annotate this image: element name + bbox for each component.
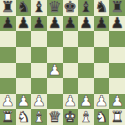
square-e1[interactable]: ♚ (63, 109, 79, 125)
square-c1[interactable]: ♝ (31, 109, 47, 125)
square-g5[interactable] (94, 47, 110, 63)
square-b1[interactable]: ♞ (16, 109, 32, 125)
white-knight[interactable]: ♞ (95, 109, 108, 124)
black-pawn[interactable]: ♟ (64, 15, 77, 30)
black-pawn[interactable]: ♟ (32, 15, 45, 30)
square-h4[interactable] (109, 63, 125, 79)
square-e7[interactable]: ♟ (63, 16, 79, 32)
square-f1[interactable]: ♝ (78, 109, 94, 125)
square-b4[interactable] (16, 63, 32, 79)
square-g7[interactable]: ♟ (94, 16, 110, 32)
square-b6[interactable] (16, 31, 32, 47)
square-c6[interactable] (31, 31, 47, 47)
black-pawn[interactable]: ♟ (95, 15, 108, 30)
white-king[interactable]: ♚ (64, 109, 77, 124)
square-g4[interactable] (94, 63, 110, 79)
square-d6[interactable] (47, 31, 63, 47)
square-f4[interactable] (78, 63, 94, 79)
square-b5[interactable] (16, 47, 32, 63)
square-c7[interactable]: ♟ (31, 16, 47, 32)
white-knight[interactable]: ♞ (17, 109, 30, 124)
white-bishop[interactable]: ♝ (79, 109, 92, 124)
square-f6[interactable] (78, 31, 94, 47)
square-c5[interactable] (31, 47, 47, 63)
square-a5[interactable] (0, 47, 16, 63)
square-a4[interactable] (0, 63, 16, 79)
square-a7[interactable]: ♟ (0, 16, 16, 32)
white-bishop[interactable]: ♝ (32, 109, 45, 124)
square-e4[interactable] (63, 63, 79, 79)
square-e5[interactable] (63, 47, 79, 63)
square-h6[interactable] (109, 31, 125, 47)
square-h1[interactable]: ♜ (109, 109, 125, 125)
square-h7[interactable]: ♟ (109, 16, 125, 32)
square-f7[interactable]: ♟ (78, 16, 94, 32)
black-pawn[interactable]: ♟ (79, 15, 92, 30)
square-d7[interactable]: ♟ (47, 16, 63, 32)
chess-board: ♜♞♝♛♚♝♞♜♟♟♟♟♟♟♟♟♟♟♟♟♟♟♟♟♜♞♝♛♚♝♞♜ (0, 0, 125, 125)
square-d1[interactable]: ♛ (47, 109, 63, 125)
square-c4[interactable] (31, 63, 47, 79)
square-a6[interactable] (0, 31, 16, 47)
square-g1[interactable]: ♞ (94, 109, 110, 125)
black-pawn[interactable]: ♟ (110, 15, 123, 30)
square-f5[interactable] (78, 47, 94, 63)
square-b7[interactable]: ♟ (16, 16, 32, 32)
square-e6[interactable] (63, 31, 79, 47)
black-pawn[interactable]: ♟ (17, 15, 30, 30)
square-d4[interactable]: ♟ (47, 63, 63, 79)
square-h5[interactable] (109, 47, 125, 63)
white-pawn[interactable]: ♟ (48, 62, 61, 77)
square-a1[interactable]: ♜ (0, 109, 16, 125)
white-rook[interactable]: ♜ (1, 109, 14, 124)
square-d3[interactable] (47, 78, 63, 94)
black-pawn[interactable]: ♟ (1, 15, 14, 30)
square-g6[interactable] (94, 31, 110, 47)
white-queen[interactable]: ♛ (48, 109, 61, 124)
black-pawn[interactable]: ♟ (48, 15, 61, 30)
white-rook[interactable]: ♜ (110, 109, 123, 124)
